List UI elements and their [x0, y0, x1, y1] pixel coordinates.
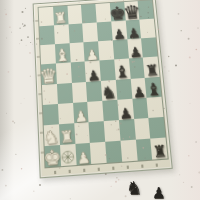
piece-white-queen[interactable]: ♛ — [39, 65, 58, 86]
captured-piece-black-pawn[interactable]: ♟ — [152, 186, 165, 200]
chess-board: ♜♝♟♛♟♞♜♚♟♚♛♟♟♟♟♝♜♞♟♝♟♜ — [33, 0, 173, 178]
starburst-emblem-icon — [60, 148, 76, 169]
piece-black-knight[interactable]: ♞ — [101, 83, 118, 101]
piece-black-queen[interactable]: ♛ — [122, 2, 142, 22]
piece-black-rook[interactable]: ♜ — [151, 143, 167, 160]
paper-shading-right — [170, 0, 200, 200]
piece-white-pawn[interactable]: ♟ — [76, 150, 90, 166]
piece-black-bishop[interactable]: ♝ — [114, 63, 131, 81]
piece-layer: ♜♝♟♛♟♞♜♚♟♚♛♟♟♟♟♝♜♞♟♝♟♜ — [39, 0, 168, 167]
piece-black-pawn[interactable]: ♟ — [132, 84, 146, 99]
captured-piece-black-knight[interactable]: ♞ — [126, 179, 142, 197]
piece-black-pawn[interactable]: ♟ — [112, 27, 126, 41]
board-frame: ♜♝♟♛♟♞♜♚♟♚♛♟♟♟♟♝♜♞♟♝♟♜ — [33, 0, 173, 178]
photo-scene: ♜♝♟♛♟♞♜♚♟♚♛♟♟♟♟♝♜♞♟♝♟♜ ♞♟ — [0, 0, 200, 200]
piece-white-rook[interactable]: ♜ — [59, 129, 74, 146]
piece-white-pawn[interactable]: ♟ — [74, 108, 88, 124]
piece-black-pawn[interactable]: ♟ — [127, 26, 141, 40]
piece-white-pawn[interactable]: ♟ — [85, 48, 99, 63]
piece-black-pawn[interactable]: ♟ — [118, 105, 132, 121]
piece-white-rook[interactable]: ♜ — [53, 11, 67, 26]
piece-black-pawn[interactable]: ♟ — [128, 45, 142, 60]
piece-black-rook[interactable]: ♜ — [144, 62, 159, 78]
piece-black-pawn[interactable]: ♟ — [86, 67, 100, 82]
piece-white-bishop[interactable]: ♝ — [54, 47, 70, 65]
playing-area: ♜♝♟♛♟♞♜♚♟♚♛♟♟♟♟♝♜♞♟♝♟♜ — [39, 0, 168, 167]
piece-black-bishop[interactable]: ♝ — [145, 80, 162, 98]
